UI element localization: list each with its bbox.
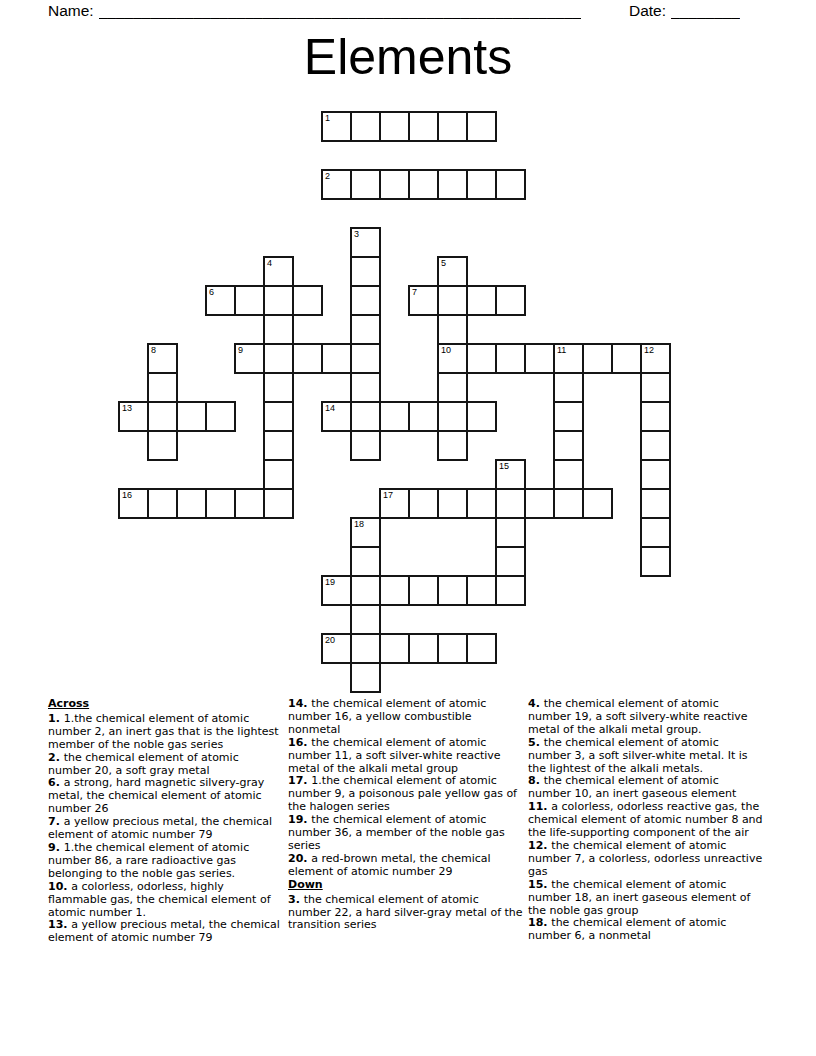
cell-number: 19 (325, 577, 335, 587)
grid-cell[interactable] (263, 401, 294, 432)
cell-number: 11 (557, 345, 566, 355)
cell-number: 10 (441, 345, 451, 355)
grid-cell[interactable]: 4 (263, 256, 294, 287)
name-label: Name: (48, 2, 94, 20)
grid-cell[interactable] (263, 314, 294, 345)
cell-number: 14 (325, 403, 335, 413)
grid-cell[interactable] (350, 633, 381, 664)
grid-cell[interactable] (437, 285, 468, 316)
grid-cell[interactable] (611, 343, 642, 374)
grid-cell[interactable] (350, 372, 381, 403)
clues-column-2: 14. the chemical element of atomic numbe… (288, 698, 524, 932)
grid-cell[interactable] (437, 372, 468, 403)
worksheet-page: Name: __________________________________… (0, 0, 816, 1056)
cell-number: 15 (499, 461, 509, 471)
grid-cell[interactable] (553, 430, 584, 461)
grid-cell[interactable]: 2 (321, 169, 352, 200)
grid-cell[interactable] (495, 285, 526, 316)
date-label: Date: (629, 2, 666, 20)
grid-cell[interactable] (408, 111, 439, 142)
clue: 18. the chemical element of atomic numbe… (528, 917, 764, 943)
grid-cell[interactable] (350, 662, 381, 693)
cell-number: 13 (122, 403, 132, 413)
grid-cell[interactable] (379, 401, 410, 432)
grid-cell[interactable] (176, 401, 207, 432)
grid-cell[interactable] (466, 111, 497, 142)
cell-number: 8 (151, 345, 156, 355)
clue: 14. the chemical element of atomic numbe… (288, 698, 524, 737)
clue: 15. the chemical element of atomic numbe… (528, 879, 764, 918)
grid-cell[interactable] (350, 256, 381, 287)
grid-cell[interactable] (292, 343, 323, 374)
cell-number: 7 (412, 287, 417, 297)
grid-cell[interactable] (466, 169, 497, 200)
clue: 9. 1.the chemical element of atomic numb… (48, 842, 284, 881)
cell-number: 3 (354, 229, 359, 239)
grid-cell[interactable] (437, 575, 468, 606)
grid-cell[interactable] (495, 517, 526, 548)
grid-cell[interactable] (553, 459, 584, 490)
cell-number: 4 (267, 258, 272, 268)
grid-cell[interactable] (205, 488, 236, 519)
clue: 19. the chemical element of atomic numbe… (288, 814, 524, 853)
grid-cell[interactable] (437, 488, 468, 519)
clues-column-1: Across1. 1.the chemical element of atomi… (48, 698, 284, 945)
grid-cell[interactable] (553, 401, 584, 432)
grid-cell[interactable] (350, 430, 381, 461)
grid-cell[interactable] (379, 111, 410, 142)
grid-cell[interactable] (379, 633, 410, 664)
grid-cell[interactable] (350, 401, 381, 432)
grid-cell[interactable]: 13 (118, 401, 149, 432)
grid-cell[interactable] (350, 111, 381, 142)
grid-cell[interactable] (321, 343, 352, 374)
clues-column-3: 4. the chemical element of atomic number… (528, 698, 764, 943)
grid-cell[interactable] (263, 285, 294, 316)
grid-cell[interactable]: 17 (379, 488, 410, 519)
grid-cell[interactable] (234, 285, 265, 316)
cell-number: 16 (122, 490, 132, 500)
grid-cell[interactable] (263, 430, 294, 461)
grid-cell[interactable] (466, 343, 497, 374)
grid-cell[interactable] (408, 575, 439, 606)
grid-cell[interactable] (263, 372, 294, 403)
grid-cell[interactable] (350, 343, 381, 374)
puzzle-title: Elements (0, 30, 816, 84)
cell-number: 2 (325, 171, 330, 181)
grid-cell[interactable] (437, 111, 468, 142)
grid-cell[interactable] (582, 343, 613, 374)
grid-cell[interactable]: 11 (553, 343, 584, 374)
grid-cell[interactable] (553, 372, 584, 403)
clue: 12. the chemical element of atomic numbe… (528, 840, 764, 879)
grid-cell[interactable]: 6 (205, 285, 236, 316)
clue: 11. a colorless, odorless reactive gas, … (528, 801, 764, 840)
grid-cell[interactable] (466, 575, 497, 606)
clue: 5. the chemical element of atomic number… (528, 737, 764, 776)
grid-cell[interactable] (466, 401, 497, 432)
clue: 20. a red-brown metal, the chemical elem… (288, 853, 524, 879)
grid-cell[interactable] (553, 488, 584, 519)
grid-cell[interactable] (147, 430, 178, 461)
cell-number: 18 (354, 519, 364, 529)
grid-cell[interactable] (437, 169, 468, 200)
grid-cell[interactable]: 15 (495, 459, 526, 490)
grid-cell[interactable]: 10 (437, 343, 468, 374)
grid-cell[interactable] (408, 488, 439, 519)
grid-cell[interactable] (524, 488, 555, 519)
grid-cell[interactable] (640, 488, 671, 519)
grid-cell[interactable] (379, 169, 410, 200)
grid-cell[interactable] (379, 575, 410, 606)
grid-cell[interactable]: 3 (350, 227, 381, 258)
cell-number: 12 (644, 345, 654, 355)
cell-number: 17 (383, 490, 393, 500)
worksheet-header: Name: __________________________________… (48, 2, 740, 20)
clue: 1. 1.the chemical element of atomic numb… (48, 713, 284, 752)
grid-cell[interactable]: 9 (234, 343, 265, 374)
grid-cell[interactable] (495, 575, 526, 606)
grid-cell[interactable] (147, 488, 178, 519)
grid-cell[interactable] (640, 517, 671, 548)
cell-number: 6 (209, 287, 214, 297)
grid-cell[interactable] (350, 314, 381, 345)
grid-cell[interactable]: 16 (118, 488, 149, 519)
grid-cell[interactable] (147, 401, 178, 432)
grid-cell[interactable] (234, 488, 265, 519)
grid-cell[interactable]: 7 (408, 285, 439, 316)
grid-cell[interactable]: 8 (147, 343, 178, 374)
cell-number: 20 (325, 635, 335, 645)
grid-cell[interactable] (495, 546, 526, 577)
grid-cell[interactable]: 12 (640, 343, 671, 374)
grid-cell[interactable] (582, 488, 613, 519)
grid-cell[interactable] (640, 459, 671, 490)
clue: 2. the chemical element of atomic number… (48, 752, 284, 778)
clue: 6. a strong, hard magnetic silvery-gray … (48, 777, 284, 816)
cell-number: 9 (238, 345, 243, 355)
grid-cell[interactable] (263, 343, 294, 374)
grid-cell[interactable]: 18 (350, 517, 381, 548)
grid-cell[interactable] (640, 372, 671, 403)
grid-cell[interactable] (524, 343, 555, 374)
grid-cell[interactable] (437, 430, 468, 461)
grid-cell[interactable] (437, 314, 468, 345)
clue: 17. 1.the chemical element of atomic num… (288, 775, 524, 814)
grid-cell[interactable] (176, 488, 207, 519)
grid-cell[interactable] (466, 285, 497, 316)
grid-cell[interactable] (466, 488, 497, 519)
grid-cell[interactable] (408, 169, 439, 200)
grid-cell[interactable] (205, 401, 236, 432)
grid-cell[interactable] (495, 343, 526, 374)
clue: 8. the chemical element of atomic number… (528, 775, 764, 801)
name-blank-line: ________________________________________… (99, 2, 582, 20)
grid-cell[interactable]: 14 (321, 401, 352, 432)
clue: 4. the chemical element of atomic number… (528, 698, 764, 737)
grid-cell[interactable]: 1 (321, 111, 352, 142)
grid-cell[interactable] (408, 401, 439, 432)
grid-cell[interactable] (350, 169, 381, 200)
grid-cell[interactable]: 19 (321, 575, 352, 606)
grid-cell[interactable]: 20 (321, 633, 352, 664)
clue-section-header: Down (288, 879, 524, 892)
grid-cell[interactable]: 5 (437, 256, 468, 287)
grid-cell[interactable] (437, 401, 468, 432)
grid-cell[interactable] (263, 488, 294, 519)
grid-cell[interactable] (350, 285, 381, 316)
clue: 10. a colorless, odorless, highly flamma… (48, 881, 284, 920)
grid-cell[interactable] (408, 633, 439, 664)
grid-cell[interactable] (495, 488, 526, 519)
clue: 7. a yellow precious metal, the chemical… (48, 816, 284, 842)
crossword-grid: 1234567891011121314151617181920 (118, 111, 671, 693)
grid-cell[interactable] (263, 459, 294, 490)
cell-number: 5 (441, 258, 446, 268)
cell-number: 1 (325, 113, 330, 123)
clue-section-header: Across (48, 698, 284, 711)
grid-cell[interactable] (437, 633, 468, 664)
grid-cell[interactable] (640, 401, 671, 432)
grid-cell[interactable] (147, 372, 178, 403)
grid-cell[interactable] (350, 604, 381, 635)
grid-cell[interactable] (292, 285, 323, 316)
date-blank-line: ________ (671, 2, 740, 20)
grid-cell[interactable] (466, 633, 497, 664)
grid-cell[interactable] (350, 575, 381, 606)
grid-cell[interactable] (495, 169, 526, 200)
grid-cell[interactable] (350, 546, 381, 577)
clue: 16. the chemical element of atomic numbe… (288, 737, 524, 776)
grid-cell[interactable] (640, 430, 671, 461)
grid-cell[interactable] (640, 546, 671, 577)
clue: 13. a yellow precious metal, the chemica… (48, 919, 284, 945)
clue: 3. the chemical element of atomic number… (288, 894, 524, 933)
